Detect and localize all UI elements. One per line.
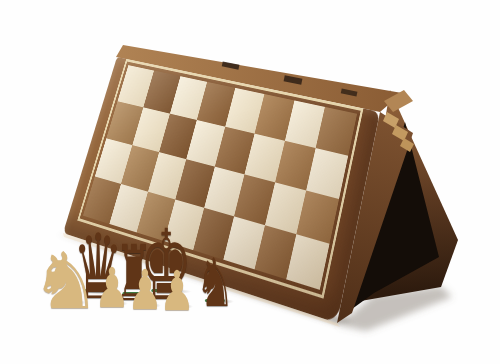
board-sheen-overlay — [63, 57, 380, 323]
black-rook-felt-base — [122, 292, 145, 295]
white-pawn-1: ♟ — [94, 261, 130, 316]
hinge-icon — [222, 61, 240, 69]
black-rook-shadow — [117, 291, 159, 298]
black-queen-felt-base — [85, 289, 112, 292]
black-knight-felt-base — [205, 299, 225, 302]
chess-set-product-photo: ♞♛♟♜♟♚♟♞ — [0, 0, 500, 364]
apex-corner-sliver — [384, 90, 413, 112]
black-king-shadow — [143, 288, 197, 295]
finger-joint-icon — [400, 138, 414, 152]
white-pawn-1-felt-base — [104, 301, 121, 304]
board-ground-shadow-right — [338, 286, 452, 331]
finger-joint-icon — [383, 112, 399, 128]
white-pawn-2-felt-base — [137, 303, 154, 306]
black-knight-shadow — [201, 298, 238, 305]
white-knight: ♞ — [31, 242, 101, 320]
finger-joint-icon — [392, 125, 408, 141]
white-pawn-2-shadow — [134, 302, 164, 309]
black-king-felt-base — [151, 289, 180, 292]
hinge-icon — [341, 88, 358, 96]
white-pawn-3-felt-base — [169, 304, 186, 307]
white-pawn-1-shadow — [101, 300, 131, 307]
white-knight-shadow — [49, 299, 92, 306]
chess-board-front-face — [63, 57, 380, 323]
white-pawn-3-shadow — [166, 303, 196, 310]
hinge-icon — [284, 75, 303, 84]
white-pawn-2: ♟ — [127, 263, 163, 318]
black-queen-shadow — [77, 288, 127, 295]
white-knight-felt-base — [54, 300, 77, 303]
